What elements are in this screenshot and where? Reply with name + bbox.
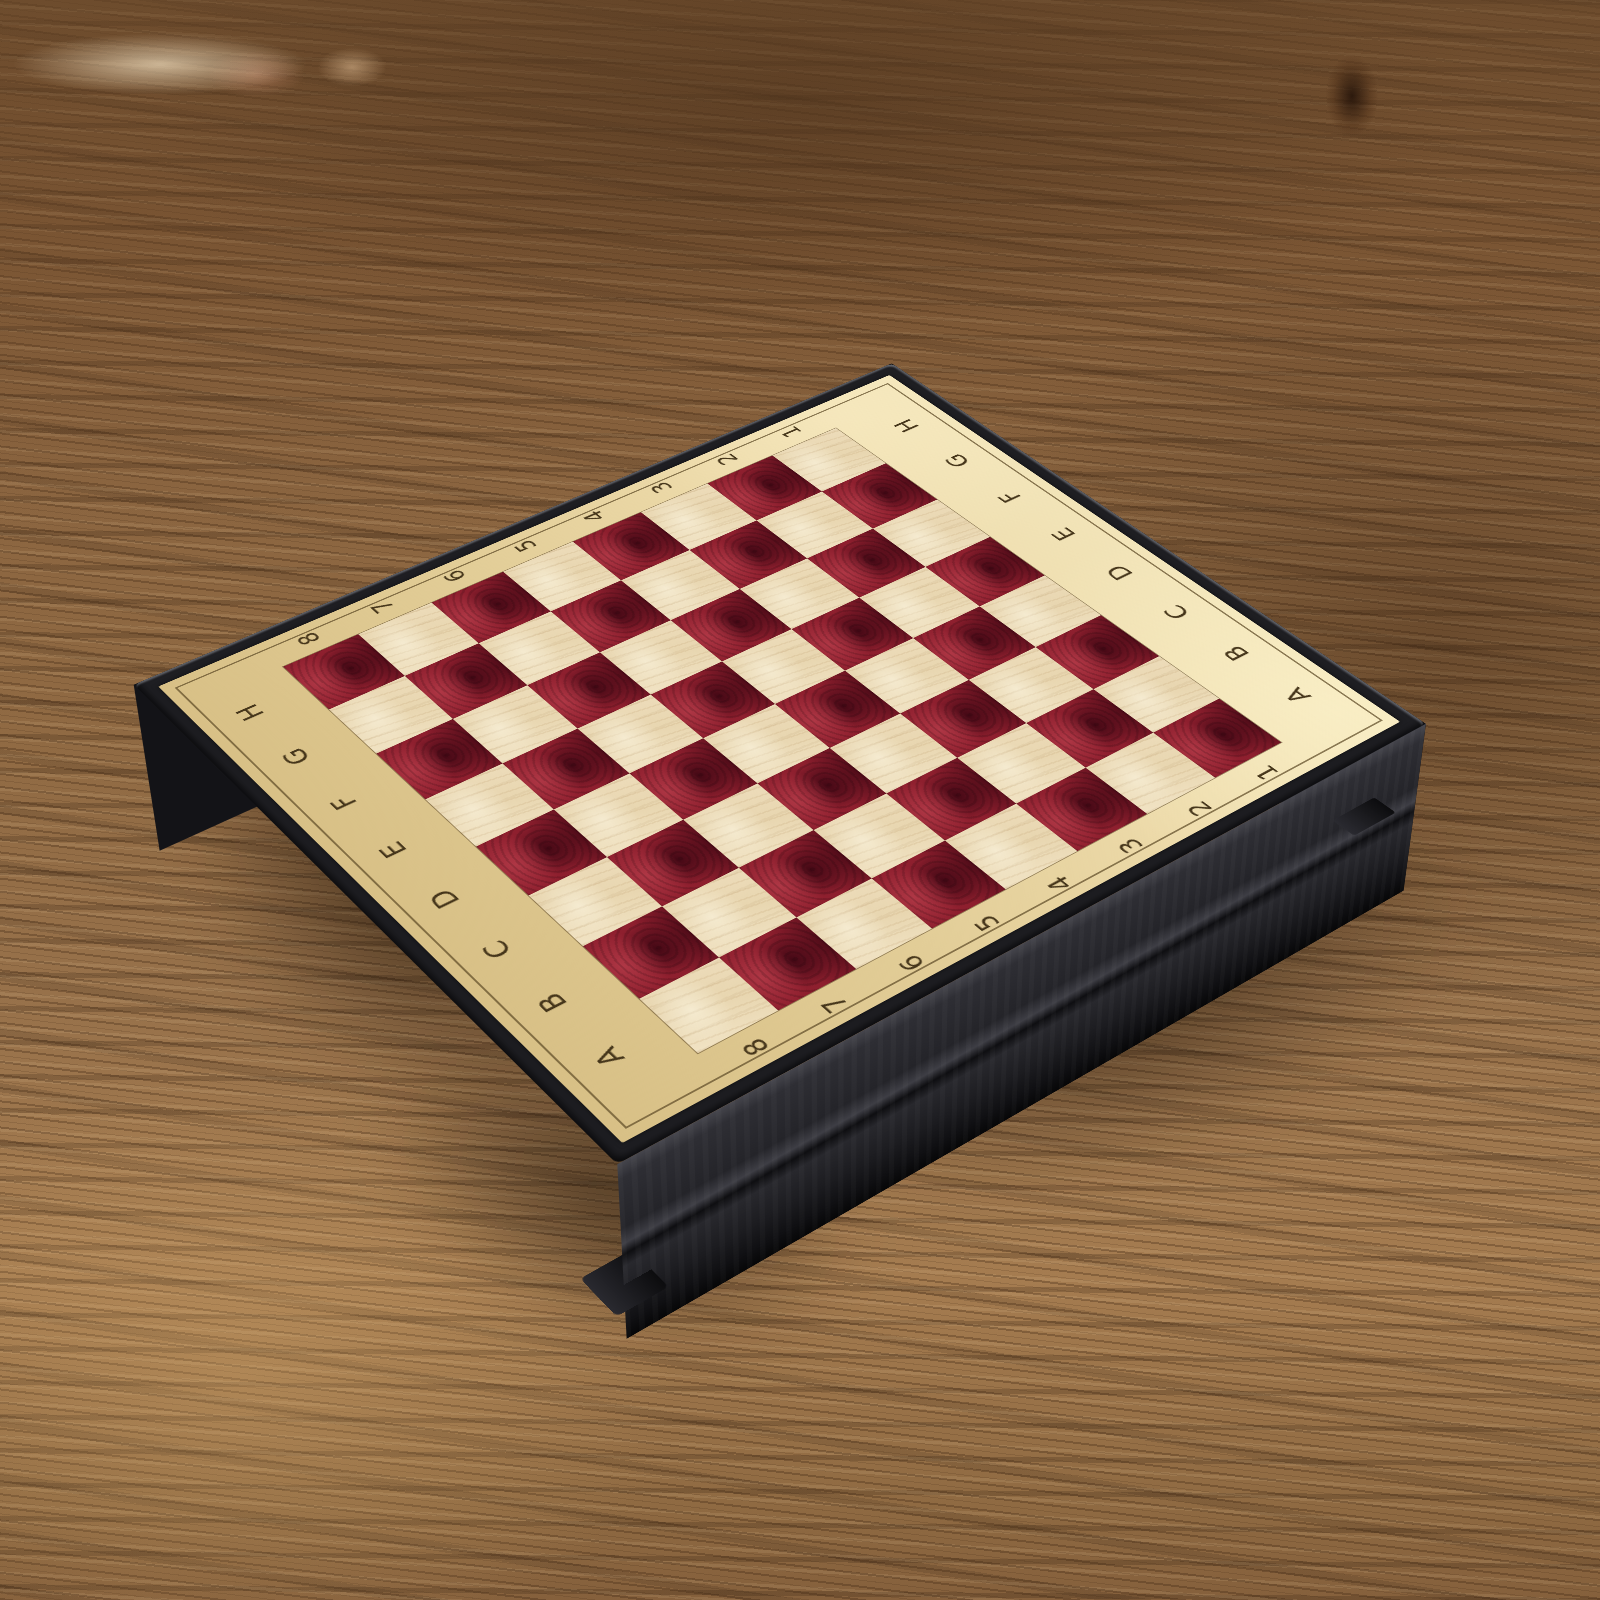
square-c4[interactable] [830, 713, 957, 793]
square-d7[interactable] [554, 773, 683, 857]
photo-scene: ABCDEFGH ABCDEFGH 87654321 87654321 [0, 0, 1600, 1600]
square-d8[interactable] [476, 809, 607, 895]
square-a2[interactable] [1086, 733, 1215, 814]
square-c5[interactable] [757, 748, 886, 830]
square-e8[interactable] [425, 763, 553, 846]
coordinate-label-c: C [445, 912, 548, 988]
coordinate-label-d: D [394, 863, 495, 937]
square-b5[interactable] [814, 793, 945, 878]
square-a7[interactable] [719, 917, 856, 1010]
square-c8[interactable] [529, 857, 662, 946]
square-e6[interactable] [578, 695, 704, 774]
square-a3[interactable] [1016, 768, 1147, 851]
square-b8[interactable] [583, 906, 719, 998]
square-b6[interactable] [739, 830, 872, 917]
square-a6[interactable] [796, 878, 931, 968]
square-e7[interactable] [503, 729, 630, 810]
coordinate-label-f: F [295, 769, 392, 838]
square-b7[interactable] [662, 868, 796, 958]
square-d6[interactable] [630, 738, 758, 820]
coordinate-label-b: B [499, 963, 605, 1042]
scene-3d: ABCDEFGH ABCDEFGH 87654321 87654321 [0, 0, 1600, 1600]
square-a5[interactable] [872, 841, 1006, 929]
square-d5[interactable] [703, 704, 830, 783]
chess-box: ABCDEFGH ABCDEFGH 87654321 87654321 [134, 363, 1426, 1164]
square-b4[interactable] [886, 758, 1016, 841]
square-a1[interactable] [1153, 699, 1281, 778]
square-f8[interactable] [376, 719, 502, 799]
coordinate-label-a: A [555, 1017, 663, 1099]
box-top-face: ABCDEFGH ABCDEFGH 87654321 87654321 [134, 363, 1426, 1164]
coordinate-label-e: E [344, 815, 443, 886]
square-b3[interactable] [957, 723, 1085, 804]
square-a8[interactable] [639, 957, 778, 1053]
square-a4[interactable] [945, 804, 1077, 890]
square-c6[interactable] [683, 783, 813, 867]
square-c7[interactable] [607, 820, 739, 907]
coordinate-label-g: G [249, 724, 344, 790]
